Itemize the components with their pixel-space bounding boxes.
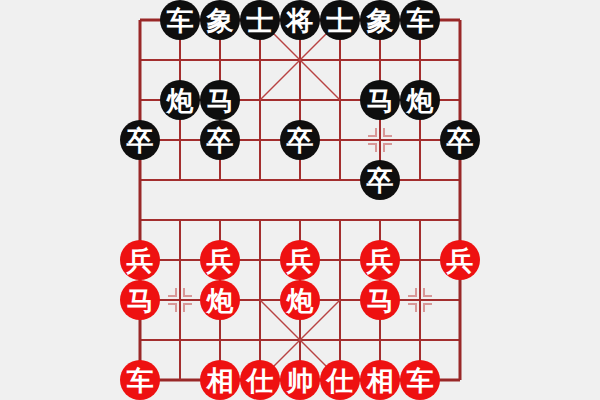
piece-black-elephant[interactable]: 象 <box>200 0 240 40</box>
piece-red-chariot[interactable]: 车 <box>400 360 440 400</box>
pieces-layer: 车象士将士象车炮马马炮卒卒卒卒卒兵兵兵兵兵马炮炮马车相仕帅仕相车 <box>120 0 480 400</box>
piece-black-horse[interactable]: 马 <box>200 80 240 120</box>
piece-black-soldier[interactable]: 卒 <box>440 120 480 160</box>
piece-black-cannon[interactable]: 炮 <box>160 80 200 120</box>
piece-red-soldier[interactable]: 兵 <box>440 240 480 280</box>
piece-red-soldier[interactable]: 兵 <box>280 240 320 280</box>
piece-black-soldier[interactable]: 卒 <box>200 120 240 160</box>
xiangqi-board[interactable]: 车象士将士象车炮马马炮卒卒卒卒卒兵兵兵兵兵马炮炮马车相仕帅仕相车 <box>0 0 600 400</box>
piece-black-soldier[interactable]: 卒 <box>280 120 320 160</box>
piece-red-elephant[interactable]: 相 <box>200 360 240 400</box>
piece-red-advisor[interactable]: 仕 <box>240 360 280 400</box>
piece-red-advisor[interactable]: 仕 <box>320 360 360 400</box>
piece-red-soldier[interactable]: 兵 <box>120 240 160 280</box>
piece-black-soldier[interactable]: 卒 <box>120 120 160 160</box>
piece-red-chariot[interactable]: 车 <box>120 360 160 400</box>
piece-black-horse[interactable]: 马 <box>360 80 400 120</box>
piece-red-soldier[interactable]: 兵 <box>360 240 400 280</box>
piece-black-soldier[interactable]: 卒 <box>360 160 400 200</box>
piece-black-chariot[interactable]: 车 <box>400 0 440 40</box>
piece-red-general[interactable]: 帅 <box>280 360 320 400</box>
piece-red-cannon[interactable]: 炮 <box>280 280 320 320</box>
piece-black-chariot[interactable]: 车 <box>160 0 200 40</box>
piece-black-elephant[interactable]: 象 <box>360 0 400 40</box>
piece-red-horse[interactable]: 马 <box>120 280 160 320</box>
piece-black-advisor[interactable]: 士 <box>320 0 360 40</box>
piece-red-soldier[interactable]: 兵 <box>200 240 240 280</box>
piece-red-cannon[interactable]: 炮 <box>200 280 240 320</box>
piece-black-advisor[interactable]: 士 <box>240 0 280 40</box>
piece-black-cannon[interactable]: 炮 <box>400 80 440 120</box>
piece-red-horse[interactable]: 马 <box>360 280 400 320</box>
piece-red-elephant[interactable]: 相 <box>360 360 400 400</box>
piece-black-general[interactable]: 将 <box>280 0 320 40</box>
